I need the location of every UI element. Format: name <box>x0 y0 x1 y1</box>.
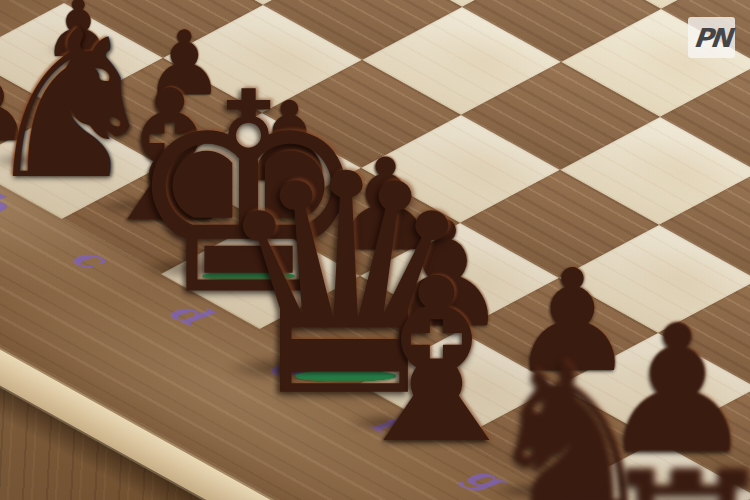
chess-photo-scene: abcdefgh ♟♞♝♚♛♝♞♜♟♟♟♟♟♟♟ PN <box>0 0 750 500</box>
chess-board: abcdefgh <box>0 0 750 500</box>
pn-watermark-logo: PN <box>688 17 735 58</box>
pn-logo-text: PN <box>692 23 731 53</box>
